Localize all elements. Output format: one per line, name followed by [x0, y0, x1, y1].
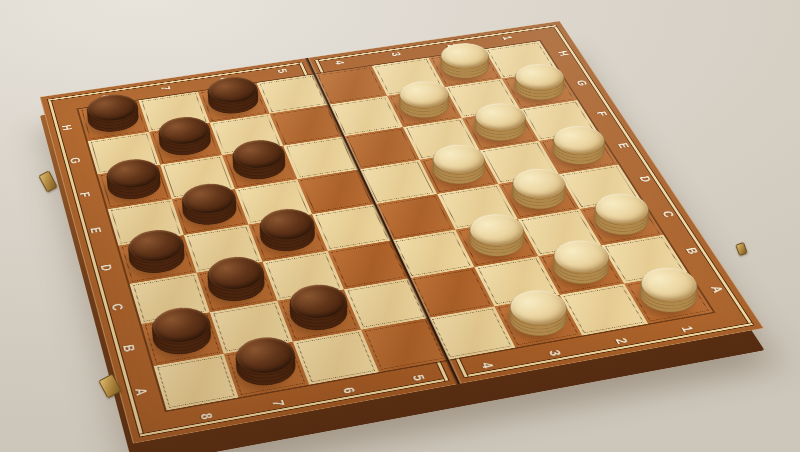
photo-backdrop: 8877665544332211HHGGFFEEDDCCBBAA — [0, 0, 800, 452]
scene: 8877665544332211HHGGFFEEDDCCBBAA — [0, 0, 800, 452]
checkers-board: 8877665544332211HHGGFFEEDDCCBBAA — [40, 21, 764, 444]
